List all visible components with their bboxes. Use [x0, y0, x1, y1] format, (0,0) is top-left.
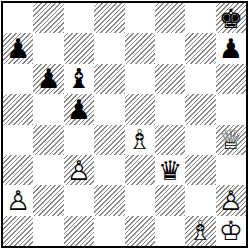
square-h7[interactable]: ♟ — [216, 33, 246, 63]
square-f3[interactable]: ♛ — [155, 155, 185, 185]
square-e5[interactable] — [125, 94, 155, 124]
square-a6[interactable] — [3, 64, 33, 94]
square-d3[interactable] — [94, 155, 124, 185]
white-pawn-c3[interactable]: ♟♙ — [64, 155, 94, 185]
chess-board-frame: ♚♟♟♟♝♟♝♗♛♕♟♙♛♟♙♟♙♝♗♚♔ — [1, 1, 248, 248]
square-f8[interactable] — [155, 3, 185, 33]
white-king-glyph: ♔ — [219, 217, 243, 244]
square-b8[interactable] — [33, 3, 63, 33]
square-f5[interactable] — [155, 94, 185, 124]
square-g5[interactable] — [185, 94, 215, 124]
square-d2[interactable] — [94, 185, 124, 215]
square-c5[interactable]: ♟ — [64, 94, 94, 124]
white-pawn-glyph: ♙ — [219, 187, 243, 214]
white-queen-h4[interactable]: ♛♕ — [216, 125, 246, 155]
white-bishop-glyph: ♗ — [188, 217, 212, 244]
square-g4[interactable] — [185, 125, 215, 155]
square-b1[interactable] — [33, 216, 63, 246]
square-f4[interactable] — [155, 125, 185, 155]
square-b2[interactable] — [33, 185, 63, 215]
square-e8[interactable] — [125, 3, 155, 33]
square-f1[interactable] — [155, 216, 185, 246]
square-h3[interactable] — [216, 155, 246, 185]
square-d5[interactable] — [94, 94, 124, 124]
square-b4[interactable] — [33, 125, 63, 155]
square-e1[interactable] — [125, 216, 155, 246]
square-b5[interactable] — [33, 94, 63, 124]
square-d6[interactable] — [94, 64, 124, 94]
square-e2[interactable] — [125, 185, 155, 215]
square-a1[interactable] — [3, 216, 33, 246]
black-queen-f3[interactable]: ♛ — [155, 155, 185, 185]
white-pawn-a2[interactable]: ♟♙ — [3, 185, 33, 215]
square-c6[interactable]: ♝ — [64, 64, 94, 94]
white-queen-glyph: ♕ — [219, 126, 243, 153]
square-b3[interactable] — [33, 155, 63, 185]
square-d1[interactable] — [94, 216, 124, 246]
square-f7[interactable] — [155, 33, 185, 63]
square-f6[interactable] — [155, 64, 185, 94]
square-b6[interactable]: ♟ — [33, 64, 63, 94]
square-g7[interactable] — [185, 33, 215, 63]
square-e3[interactable] — [125, 155, 155, 185]
black-pawn-c5[interactable]: ♟ — [64, 94, 94, 124]
square-h1[interactable]: ♚♔ — [216, 216, 246, 246]
square-h8[interactable]: ♚ — [216, 3, 246, 33]
square-a4[interactable] — [3, 125, 33, 155]
square-e6[interactable] — [125, 64, 155, 94]
square-g3[interactable] — [185, 155, 215, 185]
square-e7[interactable] — [125, 33, 155, 63]
chess-board: ♚♟♟♟♝♟♝♗♛♕♟♙♛♟♙♟♙♝♗♚♔ — [3, 3, 246, 246]
black-bishop-c6[interactable]: ♝ — [64, 64, 94, 94]
square-h4[interactable]: ♛♕ — [216, 125, 246, 155]
square-g2[interactable] — [185, 185, 215, 215]
square-a3[interactable] — [3, 155, 33, 185]
square-c8[interactable] — [64, 3, 94, 33]
square-b7[interactable] — [33, 33, 63, 63]
square-e4[interactable]: ♝♗ — [125, 125, 155, 155]
square-h2[interactable]: ♟♙ — [216, 185, 246, 215]
square-c4[interactable] — [64, 125, 94, 155]
square-d4[interactable] — [94, 125, 124, 155]
square-d7[interactable] — [94, 33, 124, 63]
white-bishop-g1[interactable]: ♝♗ — [185, 216, 215, 246]
square-a8[interactable] — [3, 3, 33, 33]
square-a2[interactable]: ♟♙ — [3, 185, 33, 215]
square-g1[interactable]: ♝♗ — [185, 216, 215, 246]
square-c3[interactable]: ♟♙ — [64, 155, 94, 185]
square-d8[interactable] — [94, 3, 124, 33]
square-h6[interactable] — [216, 64, 246, 94]
black-king-h8[interactable]: ♚ — [216, 3, 246, 33]
square-g6[interactable] — [185, 64, 215, 94]
black-pawn-a7[interactable]: ♟ — [3, 33, 33, 63]
square-a7[interactable]: ♟ — [3, 33, 33, 63]
square-g8[interactable] — [185, 3, 215, 33]
white-pawn-glyph: ♙ — [67, 157, 91, 184]
black-pawn-h7[interactable]: ♟ — [216, 33, 246, 63]
square-a5[interactable] — [3, 94, 33, 124]
black-pawn-b6[interactable]: ♟ — [33, 64, 63, 94]
square-h5[interactable] — [216, 94, 246, 124]
square-c1[interactable] — [64, 216, 94, 246]
white-bishop-e4[interactable]: ♝♗ — [125, 125, 155, 155]
white-pawn-glyph: ♙ — [6, 187, 30, 214]
white-bishop-glyph: ♗ — [128, 126, 152, 153]
white-king-h1[interactable]: ♚♔ — [216, 216, 246, 246]
square-f2[interactable] — [155, 185, 185, 215]
square-c7[interactable] — [64, 33, 94, 63]
white-pawn-h2[interactable]: ♟♙ — [216, 185, 246, 215]
square-c2[interactable] — [64, 185, 94, 215]
